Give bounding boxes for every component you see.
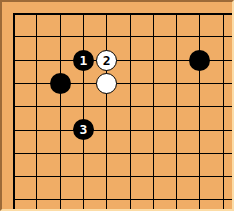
intersection[interactable]	[72, 72, 95, 95]
intersection[interactable]	[165, 48, 188, 71]
intersection[interactable]	[95, 118, 118, 141]
intersection[interactable]	[72, 142, 95, 165]
intersection[interactable]	[142, 142, 165, 165]
intersection[interactable]	[2, 48, 25, 71]
intersection[interactable]	[48, 48, 71, 71]
intersection[interactable]	[118, 95, 141, 118]
stone-number: 3	[79, 123, 87, 136]
intersection[interactable]	[118, 48, 141, 71]
intersection[interactable]: 3	[72, 118, 95, 141]
stone-number: 1	[79, 53, 87, 66]
intersection[interactable]	[188, 2, 211, 25]
intersection[interactable]	[72, 25, 95, 48]
intersection[interactable]	[48, 95, 71, 118]
intersection[interactable]	[142, 165, 165, 188]
go-board: 123	[0, 0, 234, 211]
intersection[interactable]	[2, 118, 25, 141]
intersection[interactable]	[165, 25, 188, 48]
white-stone[interactable]	[96, 73, 117, 94]
intersection[interactable]	[118, 25, 141, 48]
intersection[interactable]	[212, 25, 234, 48]
intersection[interactable]	[212, 95, 234, 118]
intersection[interactable]	[118, 2, 141, 25]
intersection[interactable]	[2, 25, 25, 48]
intersection[interactable]	[2, 142, 25, 165]
intersection[interactable]	[25, 188, 48, 211]
stone-number: 2	[103, 53, 111, 66]
black-stone[interactable]: 3	[73, 119, 94, 140]
intersection[interactable]	[72, 165, 95, 188]
intersection[interactable]	[95, 95, 118, 118]
intersection[interactable]	[142, 95, 165, 118]
intersection[interactable]	[188, 188, 211, 211]
stones-grid: 123	[2, 2, 234, 211]
intersection[interactable]	[95, 188, 118, 211]
intersection[interactable]	[165, 142, 188, 165]
intersection[interactable]: 2	[95, 48, 118, 71]
intersection[interactable]	[188, 48, 211, 71]
intersection[interactable]	[48, 188, 71, 211]
intersection[interactable]	[212, 165, 234, 188]
black-stone[interactable]: 1	[73, 50, 94, 71]
intersection[interactable]	[2, 2, 25, 25]
intersection[interactable]	[165, 188, 188, 211]
intersection[interactable]	[188, 95, 211, 118]
intersection[interactable]	[188, 72, 211, 95]
intersection[interactable]	[142, 72, 165, 95]
intersection[interactable]	[48, 2, 71, 25]
intersection[interactable]	[212, 72, 234, 95]
intersection[interactable]	[142, 25, 165, 48]
black-stone[interactable]	[50, 73, 71, 94]
intersection[interactable]	[212, 142, 234, 165]
intersection[interactable]	[25, 95, 48, 118]
intersection[interactable]	[48, 25, 71, 48]
intersection[interactable]	[48, 142, 71, 165]
intersection[interactable]	[142, 48, 165, 71]
intersection[interactable]	[95, 165, 118, 188]
intersection[interactable]	[25, 72, 48, 95]
intersection[interactable]	[165, 118, 188, 141]
intersection[interactable]	[95, 72, 118, 95]
intersection[interactable]	[118, 165, 141, 188]
intersection[interactable]	[25, 25, 48, 48]
intersection[interactable]	[25, 2, 48, 25]
intersection[interactable]	[188, 118, 211, 141]
intersection[interactable]	[48, 72, 71, 95]
intersection[interactable]	[165, 2, 188, 25]
intersection[interactable]	[212, 118, 234, 141]
intersection[interactable]	[2, 72, 25, 95]
intersection[interactable]	[165, 165, 188, 188]
intersection[interactable]	[118, 142, 141, 165]
intersection[interactable]	[72, 188, 95, 211]
intersection[interactable]	[25, 142, 48, 165]
intersection[interactable]	[188, 165, 211, 188]
intersection[interactable]	[118, 118, 141, 141]
intersection[interactable]	[25, 165, 48, 188]
intersection[interactable]	[48, 165, 71, 188]
intersection[interactable]	[2, 165, 25, 188]
intersection[interactable]	[212, 2, 234, 25]
intersection[interactable]: 1	[72, 48, 95, 71]
intersection[interactable]	[2, 188, 25, 211]
black-stone[interactable]	[189, 50, 210, 71]
intersection[interactable]	[95, 25, 118, 48]
white-stone[interactable]: 2	[96, 50, 117, 71]
intersection[interactable]	[142, 2, 165, 25]
intersection[interactable]	[25, 118, 48, 141]
intersection[interactable]	[2, 95, 25, 118]
intersection[interactable]	[188, 142, 211, 165]
intersection[interactable]	[188, 25, 211, 48]
intersection[interactable]	[212, 48, 234, 71]
intersection[interactable]	[212, 188, 234, 211]
intersection[interactable]	[25, 48, 48, 71]
intersection[interactable]	[118, 72, 141, 95]
intersection[interactable]	[95, 142, 118, 165]
intersection[interactable]	[118, 188, 141, 211]
intersection[interactable]	[95, 2, 118, 25]
intersection[interactable]	[165, 72, 188, 95]
intersection[interactable]	[165, 95, 188, 118]
intersection[interactable]	[142, 188, 165, 211]
intersection[interactable]	[48, 118, 71, 141]
intersection[interactable]	[72, 95, 95, 118]
intersection[interactable]	[72, 2, 95, 25]
intersection[interactable]	[142, 118, 165, 141]
